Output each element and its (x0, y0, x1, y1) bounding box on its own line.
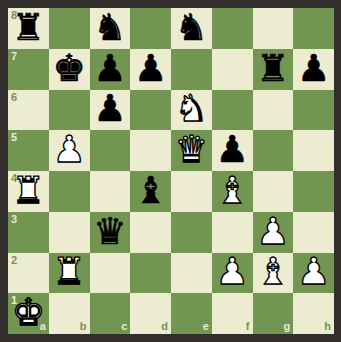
square-h1[interactable]: h (293, 293, 334, 334)
black-knight-e8[interactable]: ♞ (175, 9, 208, 46)
square-b4[interactable] (49, 171, 90, 212)
black-rook-a8[interactable]: ♜ (12, 9, 45, 46)
file-label-e: e (203, 321, 209, 332)
square-h8[interactable] (293, 8, 334, 49)
square-h2[interactable]: ♟ (293, 253, 334, 294)
square-d3[interactable] (130, 212, 171, 253)
square-e8[interactable]: ♞ (171, 8, 212, 49)
square-c5[interactable] (90, 130, 131, 171)
square-e2[interactable] (171, 253, 212, 294)
black-queen-c3[interactable]: ♛ (93, 213, 126, 250)
white-knight-e6[interactable]: ♞ (175, 90, 208, 127)
square-e6[interactable]: ♞ (171, 90, 212, 131)
square-f5[interactable]: ♟ (212, 130, 253, 171)
square-c1[interactable]: c (90, 293, 131, 334)
rank-label-7: 7 (11, 51, 17, 62)
square-d1[interactable]: d (130, 293, 171, 334)
square-a4[interactable]: 4♜ (8, 171, 49, 212)
white-bishop-f4[interactable]: ♝ (216, 172, 249, 209)
square-b8[interactable] (49, 8, 90, 49)
square-a1[interactable]: 1a♚ (8, 293, 49, 334)
rank-label-3: 3 (11, 214, 17, 225)
white-rook-b2[interactable]: ♜ (53, 253, 86, 290)
black-pawn-d7[interactable]: ♟ (134, 50, 167, 87)
square-g8[interactable] (253, 8, 294, 49)
square-d5[interactable] (130, 130, 171, 171)
square-h6[interactable] (293, 90, 334, 131)
square-g2[interactable]: ♝ (253, 253, 294, 294)
square-e7[interactable] (171, 49, 212, 90)
square-e4[interactable] (171, 171, 212, 212)
square-g7[interactable]: ♜ (253, 49, 294, 90)
file-label-f: f (246, 321, 250, 332)
square-d6[interactable] (130, 90, 171, 131)
square-a8[interactable]: 8♜ (8, 8, 49, 49)
rank-label-5: 5 (11, 132, 17, 143)
square-c2[interactable] (90, 253, 131, 294)
square-a7[interactable]: 7 (8, 49, 49, 90)
square-h7[interactable]: ♟ (293, 49, 334, 90)
square-d7[interactable]: ♟ (130, 49, 171, 90)
square-d2[interactable] (130, 253, 171, 294)
black-pawn-c6[interactable]: ♟ (93, 90, 126, 127)
square-h3[interactable] (293, 212, 334, 253)
square-g6[interactable] (253, 90, 294, 131)
rank-label-2: 2 (11, 255, 17, 266)
square-c8[interactable]: ♞ (90, 8, 131, 49)
square-g4[interactable] (253, 171, 294, 212)
square-g5[interactable] (253, 130, 294, 171)
chess-app-window: 8♜♞♞7♚♟♟♜♟6♟♞5♟♛♟4♜♝♝3♛♟2♜♟♝♟1a♚bcdefgh (0, 0, 341, 342)
black-bishop-d4[interactable]: ♝ (134, 172, 167, 209)
square-a6[interactable]: 6 (8, 90, 49, 131)
square-f2[interactable]: ♟ (212, 253, 253, 294)
black-knight-c8[interactable]: ♞ (93, 9, 126, 46)
rank-label-6: 6 (11, 92, 17, 103)
file-label-g: g (284, 321, 291, 332)
square-a2[interactable]: 2 (8, 253, 49, 294)
white-rook-a4[interactable]: ♜ (12, 172, 45, 209)
square-b2[interactable]: ♜ (49, 253, 90, 294)
white-king-a1[interactable]: ♚ (12, 294, 45, 331)
black-pawn-c7[interactable]: ♟ (93, 50, 126, 87)
square-b5[interactable]: ♟ (49, 130, 90, 171)
square-f3[interactable] (212, 212, 253, 253)
square-b6[interactable] (49, 90, 90, 131)
square-c3[interactable]: ♛ (90, 212, 131, 253)
square-h5[interactable] (293, 130, 334, 171)
file-label-h: h (324, 321, 331, 332)
black-pawn-h7[interactable]: ♟ (297, 50, 330, 87)
black-pawn-f5[interactable]: ♟ (216, 131, 249, 168)
file-label-c: c (121, 321, 127, 332)
square-f6[interactable] (212, 90, 253, 131)
square-f8[interactable] (212, 8, 253, 49)
black-rook-g7[interactable]: ♜ (256, 50, 289, 87)
square-f1[interactable]: f (212, 293, 253, 334)
white-pawn-f2[interactable]: ♟ (216, 253, 249, 290)
square-f7[interactable] (212, 49, 253, 90)
white-pawn-g3[interactable]: ♟ (256, 213, 289, 250)
square-d8[interactable] (130, 8, 171, 49)
square-a5[interactable]: 5 (8, 130, 49, 171)
chess-board: 8♜♞♞7♚♟♟♜♟6♟♞5♟♛♟4♜♝♝3♛♟2♜♟♝♟1a♚bcdefgh (8, 8, 334, 334)
black-king-b7[interactable]: ♚ (53, 50, 86, 87)
square-d4[interactable]: ♝ (130, 171, 171, 212)
square-c6[interactable]: ♟ (90, 90, 131, 131)
square-b7[interactable]: ♚ (49, 49, 90, 90)
square-e1[interactable]: e (171, 293, 212, 334)
square-f4[interactable]: ♝ (212, 171, 253, 212)
square-b3[interactable] (49, 212, 90, 253)
square-c7[interactable]: ♟ (90, 49, 131, 90)
square-e3[interactable] (171, 212, 212, 253)
square-g1[interactable]: g (253, 293, 294, 334)
square-c4[interactable] (90, 171, 131, 212)
white-queen-e5[interactable]: ♛ (175, 131, 208, 168)
square-g3[interactable]: ♟ (253, 212, 294, 253)
white-pawn-h2[interactable]: ♟ (297, 253, 330, 290)
white-bishop-g2[interactable]: ♝ (256, 253, 289, 290)
square-h4[interactable] (293, 171, 334, 212)
square-b1[interactable]: b (49, 293, 90, 334)
white-pawn-b5[interactable]: ♟ (53, 131, 86, 168)
square-a3[interactable]: 3 (8, 212, 49, 253)
file-label-b: b (80, 321, 87, 332)
square-e5[interactable]: ♛ (171, 130, 212, 171)
file-label-d: d (161, 321, 168, 332)
